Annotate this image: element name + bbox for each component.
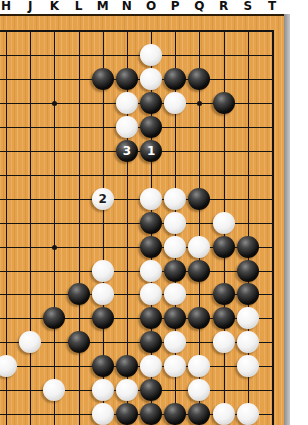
stone-white[interactable] [164,283,186,305]
grid-line-h [0,199,274,200]
star-point [52,245,57,250]
col-label: L [70,0,88,13]
stone-black[interactable] [116,355,138,377]
stone-white[interactable] [164,212,186,234]
stone-black[interactable] [68,283,90,305]
stone-black[interactable] [237,283,259,305]
stone-black[interactable] [140,403,162,425]
move-number: 3 [116,140,138,162]
grid-line-v [272,31,274,425]
row-labels: 191817161514131211109876543 [290,0,308,425]
stone-black[interactable] [164,260,186,282]
stone-black[interactable] [188,68,210,90]
board-top-edge [0,14,284,16]
stone-black[interactable] [164,307,186,329]
stone-black[interactable] [188,403,210,425]
stone-white[interactable] [140,355,162,377]
stone-white[interactable] [164,92,186,114]
stone-white[interactable] [116,92,138,114]
stone-white[interactable] [164,355,186,377]
stone-white[interactable] [116,116,138,138]
stone-black[interactable] [213,307,235,329]
star-point [52,101,57,106]
stone-black[interactable] [43,307,65,329]
col-label: J [21,0,39,13]
stone-black[interactable]: 1 [140,140,162,162]
stone-black[interactable] [188,188,210,210]
stone-white[interactable] [0,355,17,377]
stone-black[interactable] [140,92,162,114]
col-label: M [94,0,112,13]
col-label: T [263,0,281,13]
col-label: H [0,0,15,13]
stone-white[interactable] [92,403,114,425]
grid-line-v [30,31,31,425]
stone-black[interactable] [116,68,138,90]
stone-black[interactable] [140,307,162,329]
stone-white[interactable] [164,236,186,258]
stone-black[interactable] [164,68,186,90]
stone-black[interactable] [92,68,114,90]
stone-black[interactable] [140,116,162,138]
stone-white[interactable] [92,379,114,401]
stone-black[interactable] [213,92,235,114]
stone-black[interactable] [164,403,186,425]
board-shadow-edge [284,14,290,425]
stone-black[interactable] [92,307,114,329]
col-label: S [239,0,257,13]
stone-white[interactable] [188,355,210,377]
stone-white[interactable] [188,379,210,401]
star-point [197,101,202,106]
stone-white[interactable] [140,260,162,282]
go-diagram: HJKLMNOPQRST 191817161514131211109876543… [0,0,308,425]
stone-black[interactable] [140,379,162,401]
col-label: Q [190,0,208,13]
stone-white[interactable] [237,307,259,329]
column-labels: HJKLMNOPQRST [0,0,308,14]
stone-white[interactable] [140,68,162,90]
stone-white[interactable] [237,331,259,353]
col-label: P [166,0,184,13]
stone-white[interactable]: 2 [92,188,114,210]
stone-white[interactable] [213,403,235,425]
stone-black[interactable] [188,260,210,282]
stone-white[interactable] [116,379,138,401]
stone-black[interactable] [92,355,114,377]
col-label: O [142,0,160,13]
stone-black[interactable] [213,283,235,305]
stone-white[interactable] [140,44,162,66]
stone-white[interactable] [43,379,65,401]
stone-black[interactable] [140,212,162,234]
stone-black[interactable] [213,236,235,258]
stone-white[interactable] [140,188,162,210]
stone-black[interactable]: 3 [116,140,138,162]
stone-white[interactable] [237,355,259,377]
stone-black[interactable] [116,403,138,425]
stone-white[interactable] [164,188,186,210]
col-label: R [215,0,233,13]
grid-line-h [0,55,274,56]
go-board[interactable]: 312 [0,14,284,425]
grid-line-h [0,271,274,272]
stone-black[interactable] [68,331,90,353]
stone-white[interactable] [213,331,235,353]
stone-white[interactable] [164,331,186,353]
stone-black[interactable] [140,236,162,258]
stone-black[interactable] [237,236,259,258]
stone-white[interactable] [92,283,114,305]
stone-black[interactable] [188,307,210,329]
grid-line-v [79,31,80,425]
grid-line-v [54,31,55,425]
col-label: K [45,0,63,13]
stone-black[interactable] [140,331,162,353]
col-label: N [118,0,136,13]
stone-white[interactable] [213,212,235,234]
stone-white[interactable] [92,260,114,282]
stone-white[interactable] [237,403,259,425]
grid-line-h [0,30,274,32]
move-number: 2 [92,188,114,210]
stone-white[interactable] [188,236,210,258]
stone-white[interactable] [140,283,162,305]
move-number: 1 [140,140,162,162]
stone-white[interactable] [19,331,41,353]
stone-black[interactable] [237,260,259,282]
grid-line-h [0,175,274,176]
